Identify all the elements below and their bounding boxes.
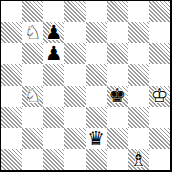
square-d7[interactable] [64,22,85,43]
square-d5[interactable] [64,64,85,85]
square-c5[interactable] [43,64,64,85]
square-a7[interactable] [1,22,22,43]
square-c4[interactable] [43,86,64,107]
square-h3[interactable] [149,107,170,128]
square-b1[interactable] [22,149,43,170]
square-a8[interactable] [1,1,22,22]
square-h4[interactable]: ♚♔ [149,86,170,107]
black-piece-glyph: ♟ [45,23,62,43]
white-piece-outline: ♗ [130,150,147,170]
square-d1[interactable] [64,149,85,170]
square-c2[interactable] [43,128,64,149]
square-e4[interactable] [86,86,107,107]
square-f2[interactable] [107,128,128,149]
white-piece-outline: ♘ [24,23,41,43]
piece-bP-c6[interactable]: ♟ [43,43,64,64]
square-h2[interactable] [149,128,170,149]
piece-wN-b4[interactable]: ♞♘ [22,86,43,107]
square-b5[interactable] [22,64,43,85]
square-g4[interactable] [128,86,149,107]
square-c3[interactable] [43,107,64,128]
square-f3[interactable] [107,107,128,128]
piece-wN-b7[interactable]: ♞♘ [22,22,43,43]
square-d4[interactable] [64,86,85,107]
piece-wK-h4[interactable]: ♚♔ [149,86,170,107]
black-piece-glyph: ♛ [87,129,104,149]
piece-bP-c7[interactable]: ♟ [43,22,64,43]
square-g3[interactable] [128,107,149,128]
square-h8[interactable] [149,1,170,22]
white-piece-outline: ♔ [151,86,168,106]
square-f5[interactable] [107,64,128,85]
square-e2[interactable]: ♛ [86,128,107,149]
square-e8[interactable] [86,1,107,22]
square-d3[interactable] [64,107,85,128]
square-d2[interactable] [64,128,85,149]
square-f7[interactable] [107,22,128,43]
square-a2[interactable] [1,128,22,149]
square-b2[interactable] [22,128,43,149]
square-e3[interactable] [86,107,107,128]
square-f1[interactable] [107,149,128,170]
piece-bQ-e2[interactable]: ♛ [86,128,107,149]
white-piece-outline: ♘ [24,86,41,106]
square-h5[interactable] [149,64,170,85]
square-g7[interactable] [128,22,149,43]
square-g1[interactable]: ♝♗ [128,149,149,170]
square-h7[interactable] [149,22,170,43]
square-c7[interactable]: ♟ [43,22,64,43]
square-b6[interactable] [22,43,43,64]
square-b8[interactable] [22,1,43,22]
square-g2[interactable] [128,128,149,149]
square-e7[interactable] [86,22,107,43]
square-b7[interactable]: ♞♘ [22,22,43,43]
square-d6[interactable] [64,43,85,64]
square-a5[interactable] [1,64,22,85]
square-b4[interactable]: ♞♘ [22,86,43,107]
square-c1[interactable] [43,149,64,170]
square-c6[interactable]: ♟ [43,43,64,64]
square-f6[interactable] [107,43,128,64]
square-d8[interactable] [64,1,85,22]
square-e6[interactable] [86,43,107,64]
square-c8[interactable] [43,1,64,22]
square-h6[interactable] [149,43,170,64]
square-g8[interactable] [128,1,149,22]
black-piece-glyph: ♚ [108,86,125,106]
square-g6[interactable] [128,43,149,64]
square-a3[interactable] [1,107,22,128]
square-a4[interactable] [1,86,22,107]
piece-bK-f4[interactable]: ♚ [107,86,128,107]
square-e5[interactable] [86,64,107,85]
square-h1[interactable] [149,149,170,170]
square-f8[interactable] [107,1,128,22]
chess-board: ♞♘♟♟♞♘♚♚♔♛♝♗ [0,0,172,172]
square-e1[interactable] [86,149,107,170]
square-b3[interactable] [22,107,43,128]
square-a1[interactable] [1,149,22,170]
square-a6[interactable] [1,43,22,64]
black-piece-glyph: ♟ [45,44,62,64]
piece-wB-g1[interactable]: ♝♗ [128,149,149,170]
square-g5[interactable] [128,64,149,85]
square-f4[interactable]: ♚ [107,86,128,107]
